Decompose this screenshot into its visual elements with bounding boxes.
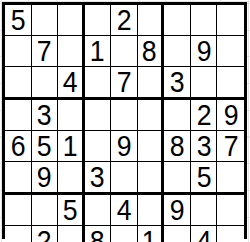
given-digit: 5 [62, 196, 77, 225]
cell-r1c3[interactable] [58, 5, 85, 36]
cell-r2c7[interactable] [164, 36, 191, 67]
cell-r3c8[interactable] [191, 67, 218, 100]
cell-r3c5[interactable]: 7 [111, 67, 138, 100]
cell-r8c5[interactable] [111, 226, 138, 242]
cell-r4c2[interactable]: 3 [32, 100, 59, 131]
given-digit: 9 [196, 37, 211, 66]
cell-r1c8[interactable] [191, 5, 218, 36]
cell-r6c6[interactable] [138, 162, 165, 195]
given-digit: 4 [117, 196, 132, 225]
cell-r8c4[interactable]: 8 [85, 226, 112, 242]
cell-r3c6[interactable] [138, 67, 165, 100]
cell-r4c4[interactable] [85, 100, 112, 131]
cell-r1c7[interactable] [164, 5, 191, 36]
cell-r2c8[interactable]: 9 [191, 36, 218, 67]
cell-r6c5[interactable] [111, 162, 138, 195]
cell-r7c5[interactable]: 4 [111, 195, 138, 226]
given-digit: 3 [196, 132, 211, 161]
cell-r4c8[interactable]: 2 [191, 100, 218, 131]
cell-r3c3[interactable]: 4 [58, 67, 85, 100]
cell-r8c2[interactable]: 2 [32, 226, 59, 242]
cell-r3c2[interactable] [32, 67, 59, 100]
cell-r2c6[interactable]: 8 [138, 36, 165, 67]
cell-r4c6[interactable] [138, 100, 165, 131]
cell-r5c5[interactable]: 9 [111, 131, 138, 162]
given-digit: 9 [37, 163, 52, 192]
cell-r1c6[interactable] [138, 5, 165, 36]
given-digit: 3 [170, 68, 185, 97]
cell-r5c4[interactable] [85, 131, 112, 162]
cell-r7c4[interactable] [85, 195, 112, 226]
cell-r3c7[interactable]: 3 [164, 67, 191, 100]
cell-r7c2[interactable] [32, 195, 59, 226]
given-digit: 1 [62, 132, 77, 161]
cell-r8c7[interactable] [164, 226, 191, 242]
given-digit: 8 [170, 132, 185, 161]
given-digit: 5 [196, 163, 211, 192]
cell-r6c1[interactable] [5, 162, 32, 195]
cell-r1c9[interactable] [217, 5, 244, 36]
cell-r4c5[interactable] [111, 100, 138, 131]
cell-r3c1[interactable] [5, 67, 32, 100]
given-digit: 7 [37, 37, 52, 66]
cell-r8c6[interactable]: 1 [138, 226, 165, 242]
cell-r7c6[interactable] [138, 195, 165, 226]
cell-r5c2[interactable]: 5 [32, 131, 59, 162]
cell-r5c3[interactable]: 1 [58, 131, 85, 162]
given-digit: 9 [117, 132, 132, 161]
cell-r6c4[interactable]: 3 [85, 162, 112, 195]
cell-r8c1[interactable] [5, 226, 32, 242]
given-digit: 6 [10, 132, 25, 161]
given-digit: 3 [90, 163, 105, 192]
given-digit: 2 [37, 227, 52, 242]
cell-r1c4[interactable] [85, 5, 112, 36]
cell-r4c3[interactable] [58, 100, 85, 131]
cell-r5c7[interactable]: 8 [164, 131, 191, 162]
given-digit: 1 [90, 37, 105, 66]
cell-r8c9[interactable] [217, 226, 244, 242]
given-digit: 7 [117, 68, 132, 97]
given-digit: 8 [142, 37, 157, 66]
cell-r8c8[interactable]: 4 [191, 226, 218, 242]
given-digit: 9 [170, 196, 185, 225]
cell-r2c5[interactable] [111, 36, 138, 67]
cell-r8c3[interactable] [58, 226, 85, 242]
given-digit: 9 [223, 101, 238, 130]
given-digit: 3 [37, 101, 52, 130]
sudoku-board: 52718947332965198379355492814468 [2, 2, 247, 239]
cell-r2c4[interactable]: 1 [85, 36, 112, 67]
given-digit: 4 [62, 68, 77, 97]
cell-r5c6[interactable] [138, 131, 165, 162]
given-digit: 7 [223, 132, 238, 161]
cell-r1c2[interactable] [32, 5, 59, 36]
cell-r3c4[interactable] [85, 67, 112, 100]
cell-r5c1[interactable]: 6 [5, 131, 32, 162]
given-digit: 5 [10, 6, 25, 35]
cell-r2c1[interactable] [5, 36, 32, 67]
cell-r4c9[interactable]: 9 [217, 100, 244, 131]
given-digit: 2 [117, 6, 132, 35]
cell-r2c2[interactable]: 7 [32, 36, 59, 67]
cell-r7c3[interactable]: 5 [58, 195, 85, 226]
cell-r4c1[interactable] [5, 100, 32, 131]
cell-r5c8[interactable]: 3 [191, 131, 218, 162]
cell-r5c9[interactable]: 7 [217, 131, 244, 162]
cell-r6c8[interactable]: 5 [191, 162, 218, 195]
cell-r7c8[interactable] [191, 195, 218, 226]
given-digit: 1 [142, 227, 157, 242]
given-digit: 8 [90, 227, 105, 242]
cell-r6c9[interactable] [217, 162, 244, 195]
cell-r3c9[interactable] [217, 67, 244, 100]
given-digit: 4 [196, 227, 211, 242]
cell-r2c3[interactable] [58, 36, 85, 67]
given-digit: 2 [196, 101, 211, 130]
cell-r6c7[interactable] [164, 162, 191, 195]
cell-r6c2[interactable]: 9 [32, 162, 59, 195]
cell-r1c5[interactable]: 2 [111, 5, 138, 36]
cell-r4c7[interactable] [164, 100, 191, 131]
cell-r1c1[interactable]: 5 [5, 5, 32, 36]
cell-r6c3[interactable] [58, 162, 85, 195]
cell-r7c7[interactable]: 9 [164, 195, 191, 226]
given-digit: 5 [37, 132, 52, 161]
cell-r7c9[interactable] [217, 195, 244, 226]
cell-r7c1[interactable] [5, 195, 32, 226]
cell-r2c9[interactable] [217, 36, 244, 67]
